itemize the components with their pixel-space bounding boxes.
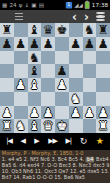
square-f7[interactable]: ♟	[69, 37, 83, 51]
notification-badge: 1	[66, 2, 72, 8]
black-pawn: ♟	[1, 37, 12, 51]
square-f6[interactable]	[69, 51, 83, 65]
square-h5[interactable]	[96, 64, 110, 78]
square-g6[interactable]	[83, 51, 97, 65]
white-pawn: ♟	[15, 78, 26, 92]
status-icon: ▣	[31, 2, 36, 8]
black-pawn: ♟	[84, 37, 95, 51]
go-to-end-icon[interactable]: ▶|	[65, 133, 71, 150]
signal-icons: ◢◢	[74, 2, 83, 8]
white-pawn: ♟	[84, 106, 95, 120]
current-move[interactable]: b4	[86, 157, 95, 163]
previous-game-button[interactable]: ‹	[72, 11, 77, 23]
square-c2[interactable]: ♟	[28, 106, 42, 120]
move-line-2[interactable]: Ba5 6. d4 exd4 7. O-O Bxc3 8. Nxc3 dxc3 …	[2, 163, 108, 169]
move-navigation-bar: |◀◀▶▶▶▶|↻★	[0, 133, 110, 150]
white-bishop: ♝	[29, 78, 40, 92]
fast-forward-icon[interactable]: ▶▶	[48, 133, 57, 150]
black-pawn: ♟	[29, 37, 40, 51]
black-pawn: ♟	[15, 37, 26, 51]
square-h7[interactable]: ♟	[96, 37, 110, 51]
black-bishop: ♝	[29, 64, 40, 78]
square-e7[interactable]	[55, 37, 69, 51]
square-f2[interactable]: ♟	[69, 106, 83, 120]
black-queen: ♛	[43, 23, 54, 37]
favorite-icon[interactable]: ★	[96, 133, 104, 150]
status-icon: ↓	[25, 2, 30, 8]
square-d7[interactable]: ♟	[41, 37, 55, 51]
battery-icon	[85, 1, 90, 9]
white-pawn: ♟	[70, 106, 81, 120]
square-c4[interactable]: ♝	[28, 78, 42, 92]
back-icon[interactable]: ◀	[20, 133, 25, 150]
square-b4[interactable]: ♟	[14, 78, 28, 92]
square-h1[interactable]: ♜	[96, 119, 110, 133]
black-king: ♚	[56, 23, 67, 37]
move-line-4[interactable]: Bd7 14. Rab1 O-O-O 15. Ba6 Na5	[2, 174, 108, 180]
square-e8[interactable]: ♚	[55, 23, 69, 37]
square-b6[interactable]	[14, 51, 28, 65]
square-f1[interactable]	[69, 119, 83, 133]
square-a8[interactable]: ♜	[0, 23, 14, 37]
square-c5[interactable]: ♝	[28, 64, 42, 78]
white-king: ♚	[56, 119, 67, 133]
white-knight: ♞	[70, 92, 81, 106]
white-pawn: ♟	[1, 106, 12, 120]
next-game-button[interactable]: ›	[84, 11, 89, 23]
square-a1[interactable]: ♜	[0, 119, 14, 133]
square-e2[interactable]	[55, 106, 69, 120]
square-c1[interactable]: ♝	[28, 119, 42, 133]
square-f8[interactable]	[69, 23, 83, 37]
go-to-start-icon[interactable]: |◀	[6, 133, 12, 150]
black-rook: ♜	[1, 23, 12, 37]
square-a6[interactable]	[0, 51, 14, 65]
white-pawn: ♟	[43, 106, 54, 120]
square-c6[interactable]: ♞	[28, 51, 42, 65]
square-f4[interactable]	[69, 78, 83, 92]
square-d1[interactable]: ♛	[41, 119, 55, 133]
white-knight: ♞	[15, 119, 26, 133]
status-left-icons: ▦24ψ↓▣▤	[2, 2, 44, 8]
square-h6[interactable]	[96, 51, 110, 65]
square-c8[interactable]: ♝	[28, 23, 42, 37]
status-icon: ψ	[19, 2, 23, 8]
menu-icon[interactable]	[15, 13, 23, 20]
square-e5[interactable]: ♟	[55, 64, 69, 78]
square-f5[interactable]	[69, 64, 83, 78]
square-b5[interactable]	[14, 64, 28, 78]
square-e6[interactable]	[55, 51, 69, 65]
flip-board-icon[interactable]: ↻	[80, 133, 88, 150]
white-pawn: ♟	[98, 106, 109, 120]
square-c7[interactable]: ♟	[28, 37, 42, 51]
square-d5[interactable]	[41, 64, 55, 78]
black-knight: ♞	[84, 23, 95, 37]
square-g3[interactable]	[83, 92, 97, 106]
square-e3[interactable]	[55, 92, 69, 106]
black-rook: ♜	[98, 23, 109, 37]
square-b7[interactable]: ♟	[14, 37, 28, 51]
square-g4[interactable]	[83, 78, 97, 92]
square-d8[interactable]: ♛	[41, 23, 55, 37]
black-bishop: ♝	[29, 23, 40, 37]
square-h3[interactable]	[96, 92, 110, 106]
square-b2[interactable]	[14, 106, 28, 120]
square-a2[interactable]: ♟	[0, 106, 14, 120]
black-knight: ♞	[29, 51, 40, 65]
white-pawn: ♟	[56, 78, 67, 92]
square-a3[interactable]	[0, 92, 14, 106]
android-status-bar: ▦24ψ↓▣▤ 1 ◢◢ 17:38	[0, 0, 110, 10]
move-list-panel: Morphy, P - Morphy, E, 1850, 1-0 1. e4 e…	[0, 150, 110, 183]
square-b3[interactable]	[14, 92, 28, 106]
chess-board: ♜♝♛♚♞♜♟♟♟♟♟♟♟♞♝♟♟♝♟♞♟♟♟♟♟♟♜♞♝♛♚♜	[0, 23, 110, 133]
white-bishop: ♝	[29, 119, 40, 133]
square-g8[interactable]: ♞	[83, 23, 97, 37]
square-e1[interactable]: ♚	[55, 119, 69, 133]
square-g7[interactable]: ♟	[83, 37, 97, 51]
square-a7[interactable]: ♟	[0, 37, 14, 51]
square-f3[interactable]: ♞	[69, 92, 83, 106]
black-pawn: ♟	[98, 37, 109, 51]
square-e4[interactable]: ♟	[55, 78, 69, 92]
database-icon[interactable]	[96, 12, 105, 22]
square-b1[interactable]: ♞	[14, 119, 28, 133]
status-icon: ▤	[39, 2, 44, 8]
square-g2[interactable]: ♟	[83, 106, 97, 120]
square-h2[interactable]: ♟	[96, 106, 110, 120]
square-d2[interactable]: ♟	[41, 106, 55, 120]
black-pawn: ♟	[70, 37, 81, 51]
square-c3[interactable]	[28, 92, 42, 106]
square-d3[interactable]	[41, 92, 55, 106]
black-pawn: ♟	[43, 37, 54, 51]
square-d6[interactable]	[41, 51, 55, 65]
black-pawn: ♟	[56, 64, 67, 78]
white-queen: ♛	[43, 119, 54, 133]
status-icon: 24	[9, 2, 16, 8]
status-icon: ▦	[2, 2, 7, 8]
white-rook: ♜	[1, 119, 12, 133]
square-h4[interactable]	[96, 78, 110, 92]
clock: 17:38	[92, 2, 108, 8]
square-h8[interactable]: ♜	[96, 23, 110, 37]
square-a4[interactable]	[0, 78, 14, 92]
square-g5[interactable]	[83, 64, 97, 78]
square-a5[interactable]	[0, 64, 14, 78]
square-d4[interactable]	[41, 78, 55, 92]
square-g1[interactable]	[83, 119, 97, 133]
square-b8[interactable]	[14, 23, 28, 37]
forward-icon[interactable]: ▶	[34, 133, 39, 150]
white-pawn: ♟	[29, 106, 40, 120]
white-rook: ♜	[98, 119, 109, 133]
